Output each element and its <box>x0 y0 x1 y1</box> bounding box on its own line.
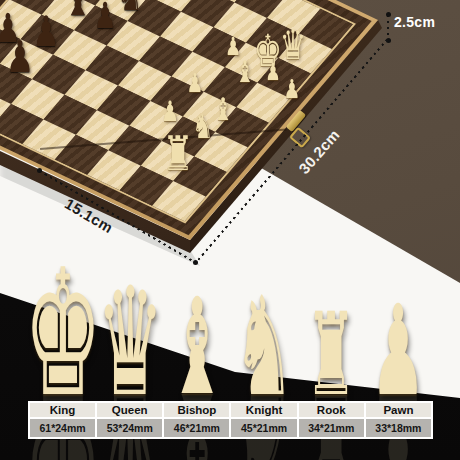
table-header-queen: Queen <box>97 403 162 417</box>
table-size-knight: 45*21mm <box>231 419 296 437</box>
table-header-pawn: Pawn <box>366 403 431 417</box>
table-size-queen: 53*24mm <box>97 419 162 437</box>
table-header-rook: Rook <box>299 403 364 417</box>
dimension-dot <box>193 260 198 265</box>
table-header-bishop: Bishop <box>164 403 229 417</box>
table-size-bishop: 46*21mm <box>164 419 229 437</box>
table-size-king: 61*24mm <box>30 419 95 437</box>
dimension-dot <box>37 168 42 173</box>
table-header-knight: Knight <box>231 403 296 417</box>
dimension-dot <box>386 12 391 17</box>
dimension-line-thickness <box>387 15 389 40</box>
table-size-pawn: 33*18mm <box>366 419 431 437</box>
table-header-king: King <box>30 403 95 417</box>
piece-size-table: KingQueenBishopKnightRookPawn61*24mm53*2… <box>28 401 433 439</box>
dimension-label-thickness: 2.5cm <box>394 14 435 30</box>
product-photo-stage: ♟♟♟♝♟♞♟♚♛♝♟♟♟♝♟♞♜ 2.5cm 30.2cm 15.1cm ♚♚… <box>0 0 460 460</box>
table-size-rook: 34*21mm <box>299 419 364 437</box>
